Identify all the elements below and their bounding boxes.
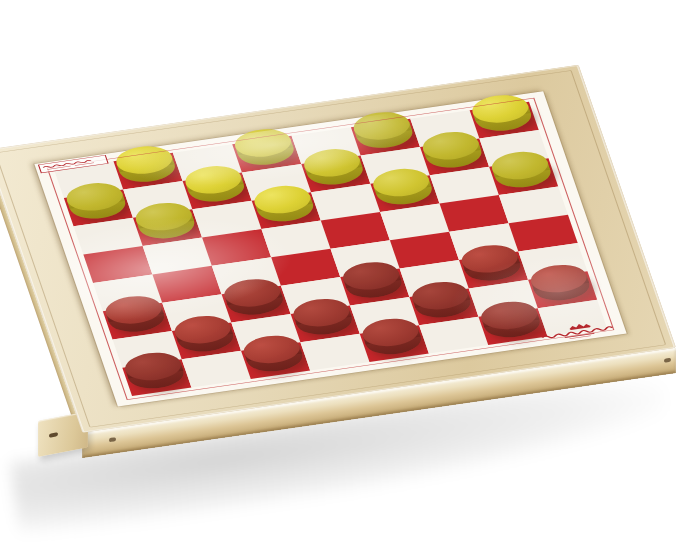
square-c1[interactable] [241,342,310,379]
lid-slot-icon [109,437,116,442]
piece-red-c1[interactable] [241,342,310,379]
lid-slot-icon [49,432,58,438]
piece-red-e1[interactable] [360,325,429,362]
product-photo-scene [0,0,700,560]
piece-red-a1[interactable] [122,359,191,396]
square-e1[interactable] [360,325,429,362]
lid-slot-icon [664,358,671,363]
square-a1[interactable] [122,359,191,396]
